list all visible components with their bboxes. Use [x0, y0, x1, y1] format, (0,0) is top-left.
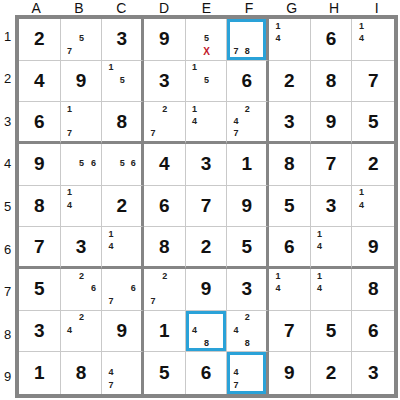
candidate-6: 6: [87, 158, 99, 171]
cell-E7[interactable]: 9: [186, 269, 228, 311]
cell-I8[interactable]: 6: [352, 311, 394, 353]
solved-digit: 9: [352, 227, 394, 266]
solved-digit: 6: [186, 352, 227, 394]
cell-A7[interactable]: 5: [19, 269, 61, 311]
row-label-9: 9: [0, 355, 15, 398]
candidate-grid: 57: [64, 20, 100, 58]
cell-E9[interactable]: 6: [186, 352, 228, 394]
candidate-4: 4: [64, 324, 76, 337]
cell-I7[interactable]: 8: [352, 269, 394, 311]
cell-E6[interactable]: 2: [186, 227, 228, 269]
candidate-grid: 14: [189, 103, 225, 139]
cell-G9[interactable]: 9: [269, 352, 311, 394]
candidate-grid: 14: [272, 270, 308, 308]
candidate-4: 4: [314, 240, 326, 252]
candidate-1: 1: [314, 228, 326, 240]
candidate-grid: 14: [314, 270, 350, 308]
candidate-grid: 48: [189, 312, 225, 350]
candidate-1: 1: [64, 103, 76, 115]
candidate-6: 6: [128, 158, 139, 171]
candidate-1: 1: [64, 187, 76, 200]
candidate-4: 4: [189, 324, 201, 337]
candidate-1: 1: [314, 270, 326, 283]
solved-digit: 2: [102, 186, 141, 227]
candidate-grid: 24: [64, 312, 100, 350]
solved-digit: 7: [311, 144, 352, 185]
solved-digit: 2: [352, 144, 394, 185]
solved-digit: 5: [144, 352, 185, 394]
cell-C6[interactable]: 14: [102, 227, 144, 269]
solved-digit: 3: [269, 102, 310, 141]
candidate-grid: 14: [105, 228, 139, 264]
candidate-grid: 14: [355, 187, 392, 225]
column-headers: ABCDEFGHI: [15, 0, 398, 15]
solved-digit: 2: [269, 61, 310, 102]
solved-digit: 6: [227, 61, 266, 102]
candidate-grid: 27: [147, 270, 183, 308]
solved-digit: 3: [61, 227, 102, 266]
cell-C8[interactable]: 9: [102, 311, 144, 353]
cell-B8[interactable]: 24: [61, 311, 103, 353]
cell-A9[interactable]: 1: [19, 352, 61, 394]
cell-E4[interactable]: 3: [186, 144, 228, 186]
candidate-7: 7: [64, 45, 76, 58]
solved-digit: 6: [269, 227, 310, 266]
row-label-2: 2: [0, 58, 15, 101]
solved-digit: 7: [186, 186, 227, 227]
solved-digit: 3: [144, 61, 185, 102]
cell-A1[interactable]: 2: [19, 19, 61, 61]
solved-digit: 5: [227, 227, 266, 266]
solved-digit: 3: [311, 186, 352, 227]
cell-F8[interactable]: 248: [227, 311, 269, 353]
cell-I6[interactable]: 9: [352, 227, 394, 269]
candidate-1: 1: [189, 62, 201, 75]
candidate-4: 4: [272, 33, 284, 46]
cell-D5[interactable]: 6: [144, 186, 186, 228]
cell-C7[interactable]: 67: [102, 269, 144, 311]
cell-F7[interactable]: 3: [227, 269, 269, 311]
cell-H8[interactable]: 5: [311, 311, 353, 353]
candidate-1: 1: [189, 103, 201, 115]
solved-digit: 6: [144, 186, 185, 227]
candidate-grid: 248: [230, 312, 264, 350]
cell-I2[interactable]: 7: [352, 61, 394, 103]
solved-digit: 3: [186, 144, 227, 185]
solved-digit: 2: [311, 352, 352, 394]
row-label-6: 6: [0, 228, 15, 271]
candidate-grid: 15: [189, 62, 225, 100]
candidate-grid: 47: [230, 353, 264, 392]
solved-digit: 1: [144, 311, 185, 352]
cell-H1[interactable]: 6: [311, 19, 353, 61]
cell-D9[interactable]: 5: [144, 352, 186, 394]
cell-I4[interactable]: 2: [352, 144, 394, 186]
cell-G8[interactable]: 7: [269, 311, 311, 353]
candidate-5: 5: [117, 158, 128, 171]
cell-F9[interactable]: 47: [227, 352, 269, 394]
cell-B6[interactable]: 3: [61, 227, 103, 269]
candidate-7: 7: [64, 127, 76, 139]
solved-digit: 9: [311, 102, 352, 141]
candidate-grid: 5X: [189, 20, 225, 58]
cell-I9[interactable]: 3: [352, 352, 394, 394]
cell-C3[interactable]: 8: [102, 102, 144, 144]
cell-G2[interactable]: 2: [269, 61, 311, 103]
row-label-4: 4: [0, 143, 15, 186]
solved-digit: 7: [352, 61, 394, 102]
solved-digit: 1: [227, 144, 266, 185]
candidate-5: 5: [76, 33, 88, 46]
eliminated-candidate-8: X: [201, 45, 213, 58]
cell-H7[interactable]: 14: [311, 269, 353, 311]
cell-A4[interactable]: 9: [19, 144, 61, 186]
cell-F6[interactable]: 5: [227, 227, 269, 269]
solved-digit: 7: [269, 311, 310, 352]
cell-H6[interactable]: 14: [311, 227, 353, 269]
candidate-4: 4: [314, 283, 326, 296]
solved-digit: 6: [19, 102, 60, 141]
cell-G1[interactable]: 14: [269, 19, 311, 61]
cell-C1[interactable]: 3: [102, 19, 144, 61]
cell-B1[interactable]: 57: [61, 19, 103, 61]
candidate-grid: 47: [105, 353, 139, 392]
cell-G3[interactable]: 3: [269, 102, 311, 144]
sudoku-grid: 257395X781461449153156287617827142473959…: [15, 15, 398, 398]
solved-digit: 3: [102, 19, 141, 60]
candidate-5: 5: [117, 74, 128, 87]
cell-D3[interactable]: 27: [144, 102, 186, 144]
column-label-I: I: [355, 0, 398, 15]
candidate-grid: 14: [314, 228, 350, 264]
solved-digit: 9: [186, 269, 227, 310]
candidate-7: 7: [230, 379, 241, 392]
solved-digit: 9: [227, 186, 266, 227]
cell-B3[interactable]: 17: [61, 102, 103, 144]
cell-D2[interactable]: 3: [144, 61, 186, 103]
cell-E3[interactable]: 14: [186, 102, 228, 144]
solved-digit: 9: [61, 61, 102, 102]
candidate-grid: 26: [64, 270, 100, 308]
candidate-grid: 78: [230, 20, 264, 58]
candidate-5: 5: [201, 33, 213, 46]
candidate-1: 1: [272, 270, 284, 283]
candidate-5: 5: [201, 74, 213, 87]
candidate-4: 4: [355, 33, 367, 46]
candidate-6: 6: [87, 283, 99, 296]
cell-A6[interactable]: 7: [19, 227, 61, 269]
solved-digit: 9: [269, 352, 310, 394]
solved-digit: 3: [352, 352, 394, 394]
solved-digit: 6: [352, 311, 394, 352]
candidate-grid: 27: [147, 103, 183, 139]
candidate-6: 6: [128, 283, 139, 296]
cell-F3[interactable]: 247: [227, 102, 269, 144]
candidate-1: 1: [105, 62, 116, 75]
cell-C2[interactable]: 15: [102, 61, 144, 103]
candidate-1: 1: [105, 228, 116, 240]
row-label-1: 1: [0, 15, 15, 58]
candidate-1: 1: [355, 20, 367, 33]
solved-digit: 5: [19, 269, 60, 310]
cell-I5[interactable]: 14: [352, 186, 394, 228]
candidate-7: 7: [147, 295, 159, 308]
solved-digit: 9: [102, 311, 141, 352]
cell-E2[interactable]: 15: [186, 61, 228, 103]
cell-C5[interactable]: 2: [102, 186, 144, 228]
cell-E1[interactable]: 5X: [186, 19, 228, 61]
candidate-4: 4: [105, 240, 116, 252]
candidate-7: 7: [147, 127, 159, 139]
candidate-2: 2: [76, 312, 88, 325]
candidate-4: 4: [355, 199, 367, 212]
candidate-7: 7: [230, 45, 241, 58]
column-label-B: B: [58, 0, 101, 15]
solved-digit: 5: [311, 311, 352, 352]
cell-D6[interactable]: 8: [144, 227, 186, 269]
candidate-2: 2: [159, 270, 171, 283]
candidate-7: 7: [105, 295, 116, 308]
cell-F5[interactable]: 9: [227, 186, 269, 228]
solved-digit: 1: [19, 352, 60, 394]
cell-F2[interactable]: 6: [227, 61, 269, 103]
column-label-A: A: [15, 0, 58, 15]
cell-H2[interactable]: 8: [311, 61, 353, 103]
solved-digit: 8: [61, 352, 102, 394]
cell-I1[interactable]: 14: [352, 19, 394, 61]
cell-B2[interactable]: 9: [61, 61, 103, 103]
row-label-8: 8: [0, 313, 15, 356]
column-label-H: H: [313, 0, 356, 15]
candidate-grid: 14: [272, 20, 308, 58]
column-label-F: F: [228, 0, 271, 15]
candidate-4: 4: [230, 115, 241, 127]
solved-digit: 3: [227, 269, 266, 310]
solved-digit: 2: [19, 19, 60, 60]
candidate-grid: 56: [105, 145, 139, 183]
solved-digit: 8: [311, 61, 352, 102]
candidate-grid: 14: [64, 187, 100, 225]
candidate-grid: 67: [105, 270, 139, 308]
candidate-2: 2: [159, 103, 171, 115]
solved-digit: 8: [19, 186, 60, 227]
cell-D1[interactable]: 9: [144, 19, 186, 61]
solved-digit: 8: [144, 227, 185, 266]
candidate-7: 7: [105, 379, 116, 392]
cell-A2[interactable]: 4: [19, 61, 61, 103]
column-label-E: E: [185, 0, 228, 15]
candidate-8: 8: [242, 45, 253, 58]
solved-digit: 4: [19, 61, 60, 102]
candidate-7: 7: [230, 127, 241, 139]
candidate-5: 5: [76, 158, 88, 171]
solved-digit: 8: [352, 269, 394, 310]
cell-H4[interactable]: 7: [311, 144, 353, 186]
solved-digit: 9: [19, 144, 60, 185]
cell-F1[interactable]: 78: [227, 19, 269, 61]
candidate-1: 1: [355, 187, 367, 200]
candidate-4: 4: [230, 366, 241, 379]
candidate-grid: 247: [230, 103, 264, 139]
candidate-1: 1: [272, 20, 284, 33]
cell-B7[interactable]: 26: [61, 269, 103, 311]
solved-digit: 5: [269, 186, 310, 227]
cell-G6[interactable]: 6: [269, 227, 311, 269]
candidate-2: 2: [76, 270, 88, 283]
candidate-grid: 14: [355, 20, 392, 58]
candidate-4: 4: [272, 283, 284, 296]
candidate-8: 8: [201, 337, 213, 350]
cell-A3[interactable]: 6: [19, 102, 61, 144]
cell-B5[interactable]: 14: [61, 186, 103, 228]
cell-H9[interactable]: 2: [311, 352, 353, 394]
candidate-2: 2: [242, 103, 253, 115]
solved-digit: 4: [144, 144, 185, 185]
solved-digit: 9: [144, 19, 185, 60]
solved-digit: 8: [269, 144, 310, 185]
candidate-2: 2: [242, 312, 253, 325]
cell-G4[interactable]: 8: [269, 144, 311, 186]
candidate-8: 8: [242, 337, 253, 350]
column-label-C: C: [100, 0, 143, 15]
candidate-grid: 15: [105, 62, 139, 100]
candidate-4: 4: [189, 115, 201, 127]
cell-E5[interactable]: 7: [186, 186, 228, 228]
row-labels: 123456789: [0, 15, 15, 398]
candidate-4: 4: [230, 324, 241, 337]
candidate-grid: 56: [64, 145, 100, 183]
solved-digit: 2: [186, 227, 227, 266]
cell-I3[interactable]: 5: [352, 102, 394, 144]
solved-digit: 7: [19, 227, 60, 266]
cell-G7[interactable]: 14: [269, 269, 311, 311]
candidate-4: 4: [64, 199, 76, 212]
row-label-5: 5: [0, 185, 15, 228]
solved-digit: 5: [352, 102, 394, 141]
cell-G5[interactable]: 5: [269, 186, 311, 228]
row-label-7: 7: [0, 270, 15, 313]
cell-F4[interactable]: 1: [227, 144, 269, 186]
cell-A5[interactable]: 8: [19, 186, 61, 228]
row-label-3: 3: [0, 100, 15, 143]
cell-C4[interactable]: 56: [102, 144, 144, 186]
candidate-grid: 17: [64, 103, 100, 139]
cell-C9[interactable]: 47: [102, 352, 144, 394]
solved-digit: 6: [311, 19, 352, 60]
column-label-D: D: [143, 0, 186, 15]
cell-B9[interactable]: 8: [61, 352, 103, 394]
column-label-G: G: [270, 0, 313, 15]
candidate-4: 4: [105, 366, 116, 379]
cell-B4[interactable]: 56: [61, 144, 103, 186]
solved-digit: 3: [19, 311, 60, 352]
cell-A8[interactable]: 3: [19, 311, 61, 353]
cell-H3[interactable]: 9: [311, 102, 353, 144]
solved-digit: 8: [102, 102, 141, 141]
cell-D8[interactable]: 1: [144, 311, 186, 353]
sudoku-app: ABCDEFGHI 123456789 257395X7814614491531…: [0, 0, 400, 400]
cell-D7[interactable]: 27: [144, 269, 186, 311]
cell-D4[interactable]: 4: [144, 144, 186, 186]
cell-E8[interactable]: 48: [186, 311, 228, 353]
cell-H5[interactable]: 3: [311, 186, 353, 228]
